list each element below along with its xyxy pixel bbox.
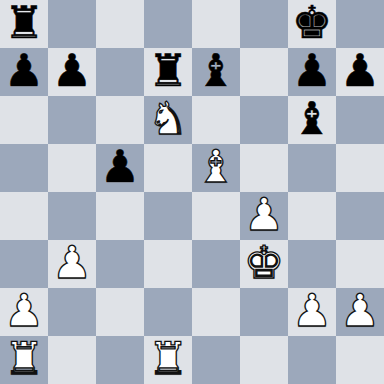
square-c5[interactable]: ♟ xyxy=(96,144,144,192)
square-c8[interactable] xyxy=(96,0,144,48)
square-c7[interactable] xyxy=(96,48,144,96)
white-knight[interactable]: ♞ xyxy=(148,96,188,143)
white-rook[interactable]: ♜ xyxy=(148,336,188,383)
square-g6[interactable]: ♝ xyxy=(288,96,336,144)
white-pawn[interactable]: ♟ xyxy=(244,192,284,239)
square-b8[interactable] xyxy=(48,0,96,48)
square-e8[interactable] xyxy=(192,0,240,48)
square-d7[interactable]: ♜ xyxy=(144,48,192,96)
square-a7[interactable]: ♟ xyxy=(0,48,48,96)
square-f4[interactable]: ♟ xyxy=(240,192,288,240)
black-king[interactable]: ♚ xyxy=(292,0,332,47)
square-c3[interactable] xyxy=(96,240,144,288)
square-c6[interactable] xyxy=(96,96,144,144)
square-f7[interactable] xyxy=(240,48,288,96)
square-b5[interactable] xyxy=(48,144,96,192)
square-h5[interactable] xyxy=(336,144,384,192)
white-bishop[interactable]: ♝ xyxy=(196,144,236,191)
square-f1[interactable] xyxy=(240,336,288,384)
black-pawn[interactable]: ♟ xyxy=(4,48,44,95)
black-pawn[interactable]: ♟ xyxy=(292,48,332,95)
black-pawn[interactable]: ♟ xyxy=(100,144,140,191)
black-bishop[interactable]: ♝ xyxy=(292,96,332,143)
square-b3[interactable]: ♟ xyxy=(48,240,96,288)
square-a5[interactable] xyxy=(0,144,48,192)
square-a3[interactable] xyxy=(0,240,48,288)
square-g7[interactable]: ♟ xyxy=(288,48,336,96)
square-f3[interactable]: ♚ xyxy=(240,240,288,288)
square-d4[interactable] xyxy=(144,192,192,240)
square-c4[interactable] xyxy=(96,192,144,240)
square-g8[interactable]: ♚ xyxy=(288,0,336,48)
square-e5[interactable]: ♝ xyxy=(192,144,240,192)
black-pawn[interactable]: ♟ xyxy=(340,48,380,95)
square-b2[interactable] xyxy=(48,288,96,336)
square-a6[interactable] xyxy=(0,96,48,144)
square-g3[interactable] xyxy=(288,240,336,288)
square-b1[interactable] xyxy=(48,336,96,384)
square-g4[interactable] xyxy=(288,192,336,240)
square-d8[interactable] xyxy=(144,0,192,48)
white-king[interactable]: ♚ xyxy=(244,240,284,287)
square-a4[interactable] xyxy=(0,192,48,240)
square-f8[interactable] xyxy=(240,0,288,48)
square-b6[interactable] xyxy=(48,96,96,144)
square-h8[interactable] xyxy=(336,0,384,48)
square-f6[interactable] xyxy=(240,96,288,144)
square-h6[interactable] xyxy=(336,96,384,144)
square-h4[interactable] xyxy=(336,192,384,240)
square-h3[interactable] xyxy=(336,240,384,288)
black-rook[interactable]: ♜ xyxy=(148,48,188,95)
square-c1[interactable] xyxy=(96,336,144,384)
square-e1[interactable] xyxy=(192,336,240,384)
square-d6[interactable]: ♞ xyxy=(144,96,192,144)
square-f2[interactable] xyxy=(240,288,288,336)
square-d2[interactable] xyxy=(144,288,192,336)
white-pawn[interactable]: ♟ xyxy=(292,288,332,335)
square-e3[interactable] xyxy=(192,240,240,288)
square-h7[interactable]: ♟ xyxy=(336,48,384,96)
white-rook[interactable]: ♜ xyxy=(4,336,44,383)
square-e7[interactable]: ♝ xyxy=(192,48,240,96)
square-e2[interactable] xyxy=(192,288,240,336)
square-f5[interactable] xyxy=(240,144,288,192)
black-bishop[interactable]: ♝ xyxy=(196,48,236,95)
square-g1[interactable] xyxy=(288,336,336,384)
square-g2[interactable]: ♟ xyxy=(288,288,336,336)
black-pawn[interactable]: ♟ xyxy=(52,48,92,95)
black-rook[interactable]: ♜ xyxy=(4,0,44,47)
square-b7[interactable]: ♟ xyxy=(48,48,96,96)
square-e6[interactable] xyxy=(192,96,240,144)
square-d3[interactable] xyxy=(144,240,192,288)
chess-board: ♜♚♟♟♜♝♟♟♞♝♟♝♟♟♚♟♟♟♜♜ xyxy=(0,0,384,384)
square-h1[interactable] xyxy=(336,336,384,384)
square-e4[interactable] xyxy=(192,192,240,240)
white-pawn[interactable]: ♟ xyxy=(340,288,380,335)
square-a8[interactable]: ♜ xyxy=(0,0,48,48)
square-h2[interactable]: ♟ xyxy=(336,288,384,336)
square-a2[interactable]: ♟ xyxy=(0,288,48,336)
square-d1[interactable]: ♜ xyxy=(144,336,192,384)
square-d5[interactable] xyxy=(144,144,192,192)
white-pawn[interactable]: ♟ xyxy=(52,240,92,287)
square-c2[interactable] xyxy=(96,288,144,336)
square-b4[interactable] xyxy=(48,192,96,240)
white-pawn[interactable]: ♟ xyxy=(4,288,44,335)
square-a1[interactable]: ♜ xyxy=(0,336,48,384)
square-g5[interactable] xyxy=(288,144,336,192)
